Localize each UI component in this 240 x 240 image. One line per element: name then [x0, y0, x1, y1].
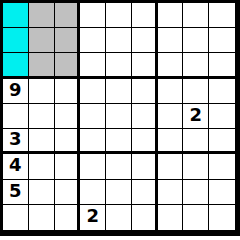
sudoku-cell-r6c8[interactable] [209, 154, 235, 179]
sudoku-cell-r2c1[interactable] [29, 53, 55, 78]
sudoku-cell-r6c6[interactable] [158, 154, 184, 179]
sudoku-cell-r5c6[interactable] [158, 129, 184, 154]
given-digit: 4 [9, 156, 22, 174]
sudoku-cell-r3c4[interactable] [106, 79, 132, 104]
sudoku-cell-r7c7[interactable] [183, 180, 209, 205]
sudoku-cell-r7c3[interactable] [80, 180, 106, 205]
sudoku-cell-r2c0[interactable] [3, 53, 29, 78]
sudoku-cell-r7c2[interactable] [55, 180, 81, 205]
sudoku-cell-r7c0[interactable]: 5 [3, 180, 29, 205]
sudoku-cell-r2c7[interactable] [183, 53, 209, 78]
sudoku-cell-r1c0[interactable] [3, 28, 29, 53]
sudoku-cell-r8c6[interactable] [158, 205, 184, 230]
sudoku-cell-r0c7[interactable] [183, 3, 209, 28]
sudoku-cell-r1c3[interactable] [80, 28, 106, 53]
sudoku-cell-r7c8[interactable] [209, 180, 235, 205]
sudoku-cell-r5c0[interactable]: 3 [3, 129, 29, 154]
sudoku-cell-r6c4[interactable] [106, 154, 132, 179]
sudoku-cell-r3c8[interactable] [209, 79, 235, 104]
sudoku-cell-r0c3[interactable] [80, 3, 106, 28]
sudoku-cell-r8c7[interactable] [183, 205, 209, 230]
sudoku-cell-r5c2[interactable] [55, 129, 81, 154]
sudoku-cell-r1c1[interactable] [29, 28, 55, 53]
given-digit: 5 [9, 182, 22, 200]
sudoku-board: 923452 [0, 0, 240, 236]
sudoku-cell-r0c2[interactable] [55, 3, 81, 28]
sudoku-cell-r6c1[interactable] [29, 154, 55, 179]
sudoku-cell-r2c6[interactable] [158, 53, 184, 78]
sudoku-cell-r8c2[interactable] [55, 205, 81, 230]
sudoku-cell-r4c7[interactable]: 2 [183, 104, 209, 129]
sudoku-cell-r6c0[interactable]: 4 [3, 154, 29, 179]
sudoku-cell-r4c3[interactable] [80, 104, 106, 129]
sudoku-cell-r7c1[interactable] [29, 180, 55, 205]
sudoku-cell-r8c5[interactable] [132, 205, 158, 230]
sudoku-cell-r2c4[interactable] [106, 53, 132, 78]
sudoku-cell-r5c7[interactable] [183, 129, 209, 154]
sudoku-cell-r3c1[interactable] [29, 79, 55, 104]
sudoku-cell-r0c8[interactable] [209, 3, 235, 28]
sudoku-cell-r6c3[interactable] [80, 154, 106, 179]
sudoku-cell-r4c4[interactable] [106, 104, 132, 129]
sudoku-cell-r6c2[interactable] [55, 154, 81, 179]
sudoku-cell-r1c8[interactable] [209, 28, 235, 53]
given-digit: 9 [9, 81, 22, 99]
sudoku-cell-r1c4[interactable] [106, 28, 132, 53]
sudoku-cell-r5c8[interactable] [209, 129, 235, 154]
sudoku-cell-r4c1[interactable] [29, 104, 55, 129]
sudoku-cell-r5c1[interactable] [29, 129, 55, 154]
sudoku-cell-r0c0[interactable] [3, 3, 29, 28]
given-digit: 2 [190, 106, 203, 124]
sudoku-cell-r8c0[interactable] [3, 205, 29, 230]
sudoku-cell-r8c3[interactable]: 2 [80, 205, 106, 230]
sudoku-cell-r7c6[interactable] [158, 180, 184, 205]
sudoku-cell-r2c2[interactable] [55, 53, 81, 78]
sudoku-cell-r4c6[interactable] [158, 104, 184, 129]
sudoku-cell-r0c4[interactable] [106, 3, 132, 28]
sudoku-cell-r3c2[interactable] [55, 79, 81, 104]
sudoku-cell-r1c6[interactable] [158, 28, 184, 53]
sudoku-cell-r2c5[interactable] [132, 53, 158, 78]
sudoku-cell-r8c8[interactable] [209, 205, 235, 230]
sudoku-cell-r2c3[interactable] [80, 53, 106, 78]
sudoku-cell-r7c4[interactable] [106, 180, 132, 205]
sudoku-cell-r3c5[interactable] [132, 79, 158, 104]
sudoku-cell-r0c5[interactable] [132, 3, 158, 28]
sudoku-cell-r1c7[interactable] [183, 28, 209, 53]
given-digit: 3 [9, 130, 22, 148]
sudoku-cell-r1c5[interactable] [132, 28, 158, 53]
sudoku-cell-r3c3[interactable] [80, 79, 106, 104]
sudoku-cell-r6c5[interactable] [132, 154, 158, 179]
sudoku-cell-r6c7[interactable] [183, 154, 209, 179]
sudoku-cell-r4c0[interactable] [3, 104, 29, 129]
sudoku-cell-r0c1[interactable] [29, 3, 55, 28]
sudoku-cell-r5c3[interactable] [80, 129, 106, 154]
sudoku-cell-r3c7[interactable] [183, 79, 209, 104]
sudoku-cell-r4c8[interactable] [209, 104, 235, 129]
given-digit: 2 [86, 207, 99, 225]
sudoku-cell-r8c4[interactable] [106, 205, 132, 230]
sudoku-cell-r1c2[interactable] [55, 28, 81, 53]
sudoku-cell-r4c2[interactable] [55, 104, 81, 129]
sudoku-cell-r7c5[interactable] [132, 180, 158, 205]
sudoku-cell-r3c6[interactable] [158, 79, 184, 104]
sudoku-cell-r3c0[interactable]: 9 [3, 79, 29, 104]
sudoku-cell-r8c1[interactable] [29, 205, 55, 230]
sudoku-cell-r5c4[interactable] [106, 129, 132, 154]
sudoku-cell-r5c5[interactable] [132, 129, 158, 154]
sudoku-cell-r4c5[interactable] [132, 104, 158, 129]
sudoku-cell-r2c8[interactable] [209, 53, 235, 78]
sudoku-cell-r0c6[interactable] [158, 3, 184, 28]
